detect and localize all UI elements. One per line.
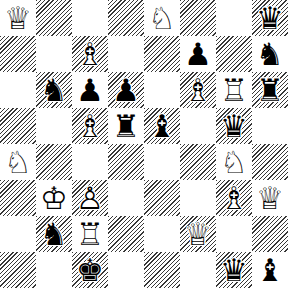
- square-b8[interactable]: [36, 0, 72, 36]
- square-a4[interactable]: ♞♘: [0, 144, 36, 180]
- piece-bQ-g1[interactable]: ♛: [216, 252, 252, 288]
- piece-wQ-f2[interactable]: ♛♕: [180, 216, 216, 252]
- piece-wR-g6[interactable]: ♜♖: [216, 72, 252, 108]
- piece-wN-a4[interactable]: ♞♘: [0, 144, 36, 180]
- piece-wQ-h3[interactable]: ♛♕: [252, 180, 288, 216]
- black-piece-glyph: ♜: [112, 108, 140, 144]
- square-a5[interactable]: [0, 108, 36, 144]
- square-f7[interactable]: ♟: [180, 36, 216, 72]
- square-d5[interactable]: ♜: [108, 108, 144, 144]
- piece-wB-c5[interactable]: ♝♗: [72, 108, 108, 144]
- white-piece-outline: ♗: [76, 36, 104, 72]
- white-piece-outline: ♖: [220, 72, 248, 108]
- square-a7[interactable]: [0, 36, 36, 72]
- square-f1[interactable]: [180, 252, 216, 288]
- square-g8[interactable]: [216, 0, 252, 36]
- square-d3[interactable]: [108, 180, 144, 216]
- black-piece-glyph: ♝: [256, 252, 284, 288]
- square-h5[interactable]: [252, 108, 288, 144]
- black-piece-glyph: ♞: [40, 216, 68, 252]
- black-piece-glyph: ♟: [112, 72, 140, 108]
- square-f5[interactable]: [180, 108, 216, 144]
- black-piece-glyph: ♟: [76, 72, 104, 108]
- square-f2[interactable]: ♛♕: [180, 216, 216, 252]
- white-piece-outline: ♔: [40, 180, 68, 216]
- white-piece-outline: ♗: [76, 108, 104, 144]
- square-e6[interactable]: [144, 72, 180, 108]
- square-h2[interactable]: [252, 216, 288, 252]
- square-c6[interactable]: ♟: [72, 72, 108, 108]
- piece-bN-h7[interactable]: ♞: [252, 36, 288, 72]
- white-piece-outline: ♗: [184, 72, 212, 108]
- black-piece-glyph: ♟: [184, 36, 212, 72]
- piece-bB-e5[interactable]: ♝: [144, 108, 180, 144]
- piece-wB-g3[interactable]: ♝♗: [216, 180, 252, 216]
- black-piece-glyph: ♝: [148, 108, 176, 144]
- square-d1[interactable]: [108, 252, 144, 288]
- piece-wB-f6[interactable]: ♝♗: [180, 72, 216, 108]
- white-piece-outline: ♘: [220, 144, 248, 180]
- square-h4[interactable]: [252, 144, 288, 180]
- white-piece-outline: ♕: [4, 0, 32, 36]
- piece-bB-h1[interactable]: ♝: [252, 252, 288, 288]
- square-f6[interactable]: ♝♗: [180, 72, 216, 108]
- square-d7[interactable]: [108, 36, 144, 72]
- piece-bP-d6[interactable]: ♟: [108, 72, 144, 108]
- piece-wN-g4[interactable]: ♞♘: [216, 144, 252, 180]
- square-g6[interactable]: ♜♖: [216, 72, 252, 108]
- piece-bQ-h8[interactable]: ♛: [252, 0, 288, 36]
- square-e1[interactable]: [144, 252, 180, 288]
- square-c7[interactable]: ♝♗: [72, 36, 108, 72]
- square-d2[interactable]: [108, 216, 144, 252]
- black-piece-glyph: ♚: [76, 252, 104, 288]
- square-h3[interactable]: ♛♕: [252, 180, 288, 216]
- square-f4[interactable]: [180, 144, 216, 180]
- black-piece-glyph: ♛: [220, 108, 248, 144]
- black-piece-glyph: ♛: [220, 252, 248, 288]
- square-e4[interactable]: [144, 144, 180, 180]
- square-d6[interactable]: ♟: [108, 72, 144, 108]
- chess-board: ♛♕♞♘♛♝♗♟♞♞♟♟♝♗♜♖♜♝♗♜♝♛♞♘♞♘♚♔♟♙♝♗♛♕♞♜♖♛♕♚…: [0, 0, 288, 288]
- piece-bR-h6[interactable]: ♜: [252, 72, 288, 108]
- white-piece-outline: ♕: [184, 216, 212, 252]
- square-c5[interactable]: ♝♗: [72, 108, 108, 144]
- piece-bP-f7[interactable]: ♟: [180, 36, 216, 72]
- piece-bN-b2[interactable]: ♞: [36, 216, 72, 252]
- square-c1[interactable]: ♚: [72, 252, 108, 288]
- square-g2[interactable]: [216, 216, 252, 252]
- piece-wP-c3[interactable]: ♟♙: [72, 180, 108, 216]
- piece-wK-b3[interactable]: ♚♔: [36, 180, 72, 216]
- piece-wB-c7[interactable]: ♝♗: [72, 36, 108, 72]
- square-b7[interactable]: [36, 36, 72, 72]
- piece-bQ-g5[interactable]: ♛: [216, 108, 252, 144]
- square-g1[interactable]: ♛: [216, 252, 252, 288]
- square-e2[interactable]: [144, 216, 180, 252]
- square-b3[interactable]: ♚♔: [36, 180, 72, 216]
- square-f8[interactable]: [180, 0, 216, 36]
- piece-bN-b6[interactable]: ♞: [36, 72, 72, 108]
- square-g7[interactable]: [216, 36, 252, 72]
- square-b5[interactable]: [36, 108, 72, 144]
- piece-wN-e8[interactable]: ♞♘: [144, 0, 180, 36]
- black-piece-glyph: ♜: [256, 72, 284, 108]
- square-a1[interactable]: [0, 252, 36, 288]
- square-g4[interactable]: ♞♘: [216, 144, 252, 180]
- black-piece-glyph: ♞: [256, 36, 284, 72]
- square-a8[interactable]: ♛♕: [0, 0, 36, 36]
- square-h8[interactable]: ♛: [252, 0, 288, 36]
- square-c2[interactable]: ♜♖: [72, 216, 108, 252]
- white-piece-outline: ♖: [76, 216, 104, 252]
- black-piece-glyph: ♞: [40, 72, 68, 108]
- square-d4[interactable]: [108, 144, 144, 180]
- square-h6[interactable]: ♜: [252, 72, 288, 108]
- square-b4[interactable]: [36, 144, 72, 180]
- square-e3[interactable]: [144, 180, 180, 216]
- square-e8[interactable]: ♞♘: [144, 0, 180, 36]
- piece-bK-c1[interactable]: ♚: [72, 252, 108, 288]
- square-b2[interactable]: ♞: [36, 216, 72, 252]
- white-piece-outline: ♙: [76, 180, 104, 216]
- square-c3[interactable]: ♟♙: [72, 180, 108, 216]
- square-c8[interactable]: [72, 0, 108, 36]
- square-c4[interactable]: [72, 144, 108, 180]
- square-b6[interactable]: ♞: [36, 72, 72, 108]
- white-piece-outline: ♘: [148, 0, 176, 36]
- square-a3[interactable]: [0, 180, 36, 216]
- white-piece-outline: ♕: [256, 180, 284, 216]
- square-a6[interactable]: [0, 72, 36, 108]
- square-g3[interactable]: ♝♗: [216, 180, 252, 216]
- square-e7[interactable]: [144, 36, 180, 72]
- piece-wR-c2[interactable]: ♜♖: [72, 216, 108, 252]
- square-f3[interactable]: [180, 180, 216, 216]
- black-piece-glyph: ♛: [256, 0, 284, 36]
- square-h1[interactable]: ♝: [252, 252, 288, 288]
- square-h7[interactable]: ♞: [252, 36, 288, 72]
- square-b1[interactable]: [36, 252, 72, 288]
- white-piece-outline: ♘: [4, 144, 32, 180]
- white-piece-outline: ♗: [220, 180, 248, 216]
- square-d8[interactable]: [108, 0, 144, 36]
- square-a2[interactable]: [0, 216, 36, 252]
- piece-bP-c6[interactable]: ♟: [72, 72, 108, 108]
- square-g5[interactable]: ♛: [216, 108, 252, 144]
- piece-bR-d5[interactable]: ♜: [108, 108, 144, 144]
- square-e5[interactable]: ♝: [144, 108, 180, 144]
- piece-wQ-a8[interactable]: ♛♕: [0, 0, 36, 36]
